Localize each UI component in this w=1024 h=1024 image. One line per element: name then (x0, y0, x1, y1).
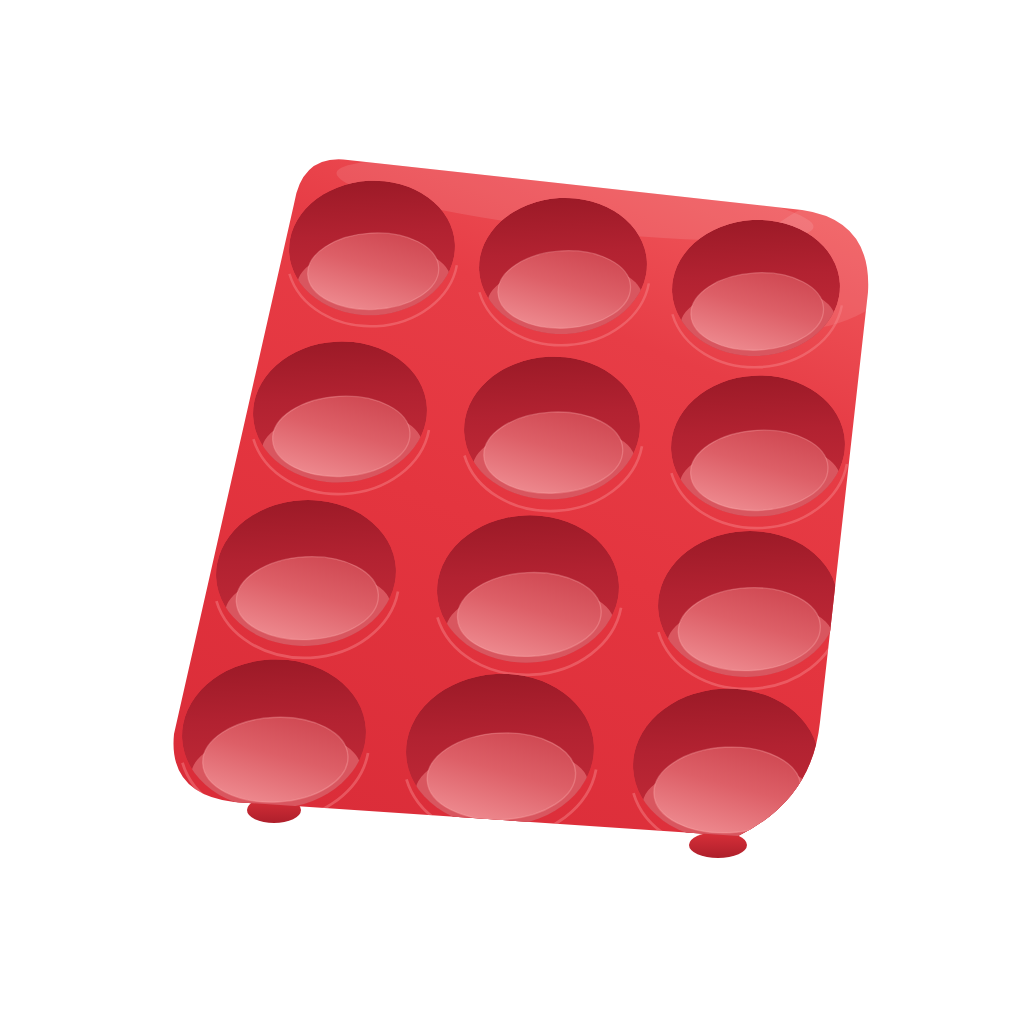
product-photo: 12-cup silicone muffin pan (0, 0, 1024, 1024)
muffin-pan-photo: 12-cup silicone muffin pan (0, 0, 1024, 1024)
pan-foot-2 (689, 832, 747, 858)
